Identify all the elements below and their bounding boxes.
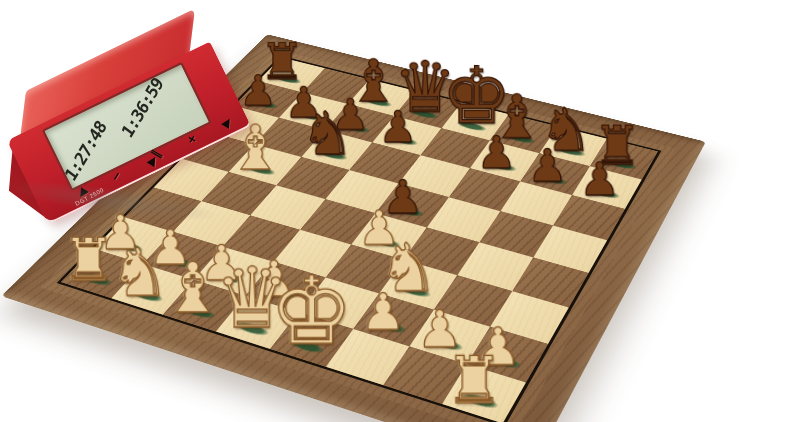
forward-icon[interactable]: ▶ — [219, 115, 234, 129]
piece-white-q-d1[interactable]: ♛ — [215, 256, 277, 340]
plus-icon[interactable]: + — [184, 132, 199, 147]
piece-white-k-e1[interactable]: ♚ — [269, 264, 332, 358]
piece-black-k-e8[interactable]: ♚ — [441, 57, 493, 135]
play-pause-icon[interactable]: ▶‖ — [145, 148, 163, 167]
minus-icon[interactable]: − — [109, 169, 124, 184]
piece-white-p-f2[interactable]: ♟ — [352, 287, 414, 338]
piece-black-p-d7[interactable]: ♟ — [371, 105, 424, 148]
piece-white-b-c1[interactable]: ♝ — [161, 253, 222, 323]
piece-black-p-g7[interactable]: ♟ — [520, 143, 575, 188]
piece-black-p-h7[interactable]: ♟ — [572, 156, 627, 201]
piece-black-n-c6[interactable]: ♞ — [300, 104, 354, 163]
piece-white-r-h1[interactable]: ♜ — [441, 348, 506, 413]
piece-black-p-f7[interactable]: ♟ — [469, 130, 523, 174]
black-time-display: 1:36:59 — [118, 74, 167, 142]
square-h1[interactable]: ♜ — [442, 364, 526, 422]
